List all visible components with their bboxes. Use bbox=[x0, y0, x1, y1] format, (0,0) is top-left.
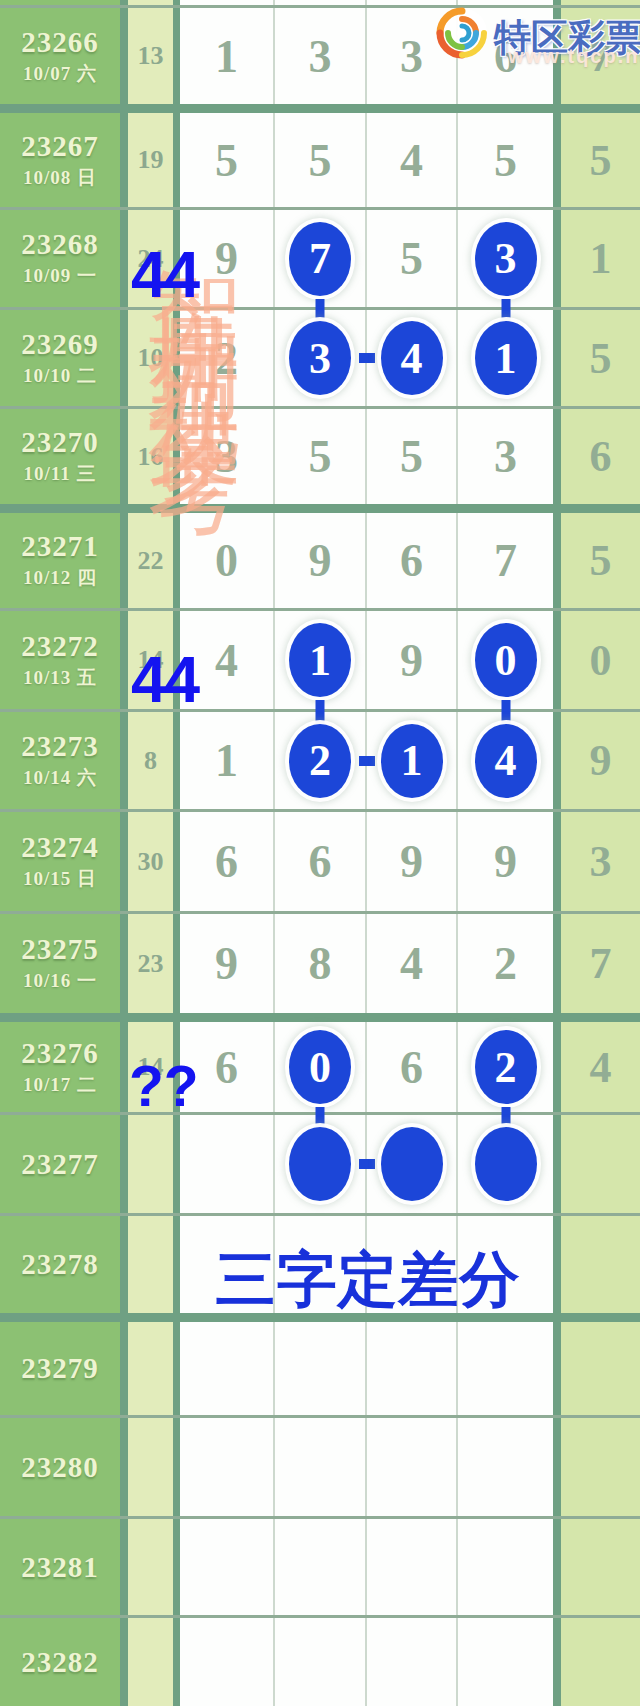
sum-cell bbox=[128, 0, 173, 5]
circled-digit: 1 bbox=[289, 623, 351, 697]
digit-cell: 5 bbox=[367, 210, 458, 307]
issue-cell: 2327310/14 六 bbox=[0, 712, 120, 809]
fifth-digit: 9 bbox=[590, 735, 612, 786]
predicted-filled-circle bbox=[289, 1127, 351, 1201]
digit: 6 bbox=[309, 835, 332, 888]
column-border bbox=[120, 0, 128, 5]
row-partial-top bbox=[0, 0, 640, 8]
column-border bbox=[120, 409, 128, 504]
column-border bbox=[120, 1216, 128, 1313]
digit: 5 bbox=[309, 134, 332, 187]
column-border bbox=[553, 1418, 561, 1516]
digit-cell bbox=[458, 1322, 553, 1415]
fifth-digit: 5 bbox=[590, 535, 612, 586]
column-border bbox=[553, 1519, 561, 1615]
column-border bbox=[120, 1115, 128, 1213]
sum-value: 22 bbox=[138, 546, 164, 576]
fifth-digit-cell: 1 bbox=[561, 210, 640, 307]
digit-cell: 0 bbox=[458, 611, 553, 709]
digit-cell bbox=[367, 1418, 458, 1516]
draw-date: 10/08 日 bbox=[23, 165, 97, 191]
fifth-digit-cell bbox=[561, 1618, 640, 1706]
digit-cell bbox=[458, 1618, 553, 1706]
issue-cell: 2327210/13 五 bbox=[0, 611, 120, 709]
issue-number: 23266 bbox=[21, 26, 99, 59]
sum-cell bbox=[128, 1418, 173, 1516]
digit-cell: 7 bbox=[275, 210, 367, 307]
row-23282: 23282 bbox=[0, 1618, 640, 1706]
digit-cell: 3 bbox=[367, 8, 458, 104]
circled-digit: 3 bbox=[475, 222, 537, 296]
issue-number: 23279 bbox=[21, 1352, 99, 1385]
sum-cell: 16 bbox=[128, 409, 173, 504]
column-border bbox=[553, 113, 561, 207]
column-border bbox=[120, 8, 128, 104]
fifth-digit: 0 bbox=[590, 635, 612, 686]
digit: 6 bbox=[400, 1041, 423, 1094]
digit-cell: 6 bbox=[367, 513, 458, 608]
issue-number: 23280 bbox=[21, 1451, 99, 1484]
fifth-digit-cell: 4 bbox=[561, 1022, 640, 1112]
predicted-filled-circle bbox=[475, 1127, 537, 1201]
column-border bbox=[553, 409, 561, 504]
fifth-digit: 6 bbox=[590, 431, 612, 482]
digit: 5 bbox=[215, 134, 238, 187]
sum-cell bbox=[128, 1618, 173, 1706]
issue-cell: 2326710/08 日 bbox=[0, 113, 120, 207]
draw-date: 10/12 四 bbox=[23, 565, 97, 591]
fifth-digit: 5 bbox=[590, 135, 612, 186]
digit: 3 bbox=[309, 30, 332, 83]
sum-cell: 24 bbox=[128, 210, 173, 307]
fifth-digit-cell bbox=[561, 1216, 640, 1313]
fifth-digit: 7 bbox=[590, 31, 612, 82]
column-border bbox=[553, 712, 561, 809]
column-border bbox=[173, 310, 180, 406]
issue-number: 23278 bbox=[21, 1248, 99, 1281]
fifth-digit-cell: 7 bbox=[561, 8, 640, 104]
column-border bbox=[173, 1618, 180, 1706]
row-23273: 2327310/14 六812149 bbox=[0, 712, 640, 812]
sum-value: 10 bbox=[138, 343, 164, 373]
issue-number: 23281 bbox=[21, 1551, 99, 1584]
row-23267: 2326710/08 日1955455 bbox=[0, 113, 640, 210]
digit-cell bbox=[275, 1115, 367, 1213]
digit-cell: 2 bbox=[458, 914, 553, 1013]
fifth-digit-cell: 5 bbox=[561, 513, 640, 608]
digit-cell bbox=[180, 1216, 275, 1313]
digit-cell bbox=[275, 1216, 367, 1313]
circled-digit: 2 bbox=[475, 1030, 537, 1104]
digit-cell bbox=[180, 1115, 275, 1213]
column-border bbox=[120, 513, 128, 608]
fifth-digit-cell: 0 bbox=[561, 611, 640, 709]
digit-cell bbox=[458, 1519, 553, 1615]
digit: 6 bbox=[215, 835, 238, 888]
issue-cell: 23280 bbox=[0, 1418, 120, 1516]
fifth-digit-cell: 7 bbox=[561, 914, 640, 1013]
issue-number: 23269 bbox=[21, 328, 99, 361]
draw-table: 2326610/07 六13133672326710/08 日195545523… bbox=[0, 0, 640, 1706]
digit-cell bbox=[275, 1618, 367, 1706]
digit-cell: 2 bbox=[180, 310, 275, 406]
circled-digit: 4 bbox=[475, 724, 537, 798]
digit-cell bbox=[367, 1618, 458, 1706]
fifth-digit-cell bbox=[561, 1418, 640, 1516]
issue-number: 23270 bbox=[21, 426, 99, 459]
digit-cell: 4 bbox=[367, 914, 458, 1013]
row-23266: 2326610/07 六1313367 bbox=[0, 8, 640, 113]
digit: 3 bbox=[215, 430, 238, 483]
sum-cell: 30 bbox=[128, 812, 173, 911]
digit-cell: 8 bbox=[275, 914, 367, 1013]
digit-cell: 1 bbox=[367, 712, 458, 809]
fifth-digit-cell bbox=[561, 1519, 640, 1615]
predicted-filled-circle bbox=[381, 1127, 443, 1201]
digit-cell: 1 bbox=[458, 310, 553, 406]
column-border bbox=[120, 611, 128, 709]
digit: 9 bbox=[400, 634, 423, 687]
digit-cell: 9 bbox=[275, 513, 367, 608]
sum-cell: 8 bbox=[128, 712, 173, 809]
column-border bbox=[120, 1418, 128, 1516]
row-23277: 23277 bbox=[0, 1115, 640, 1216]
row-23281: 23281 bbox=[0, 1519, 640, 1618]
digit-cell: 3 bbox=[458, 210, 553, 307]
digit-cell bbox=[275, 1418, 367, 1516]
draw-date: 10/14 六 bbox=[23, 765, 97, 791]
digit-cell: 5 bbox=[458, 113, 553, 207]
column-border bbox=[553, 914, 561, 1013]
digit-cell: 3 bbox=[458, 409, 553, 504]
column-border bbox=[553, 210, 561, 307]
fifth-digit-cell bbox=[561, 1115, 640, 1213]
digit-cell bbox=[367, 0, 458, 5]
issue-cell: 23282 bbox=[0, 1618, 120, 1706]
sum-value: 23 bbox=[138, 949, 164, 979]
issue-cell bbox=[0, 0, 120, 5]
digit-cell: 6 bbox=[180, 812, 275, 911]
issue-number: 23274 bbox=[21, 831, 99, 864]
draw-date: 10/13 五 bbox=[23, 665, 97, 691]
issue-number: 23271 bbox=[21, 530, 99, 563]
column-border bbox=[120, 712, 128, 809]
issue-cell: 23281 bbox=[0, 1519, 120, 1615]
issue-cell: 23278 bbox=[0, 1216, 120, 1313]
column-border bbox=[173, 113, 180, 207]
circled-digit: 1 bbox=[475, 321, 537, 395]
column-border bbox=[120, 1322, 128, 1415]
digit-cell: 9 bbox=[180, 210, 275, 307]
sum-cell bbox=[128, 1322, 173, 1415]
column-border bbox=[120, 113, 128, 207]
issue-number: 23276 bbox=[21, 1037, 99, 1070]
column-border bbox=[173, 409, 180, 504]
column-border bbox=[173, 611, 180, 709]
row-23280: 23280 bbox=[0, 1418, 640, 1519]
digit-cell bbox=[180, 1618, 275, 1706]
draw-date: 10/10 二 bbox=[23, 363, 97, 389]
fifth-digit: 4 bbox=[590, 1042, 612, 1093]
digit-cell: 5 bbox=[275, 113, 367, 207]
fifth-digit-cell: 5 bbox=[561, 113, 640, 207]
digit-cell: 6 bbox=[458, 8, 553, 104]
column-border bbox=[173, 1322, 180, 1415]
digit-cell: 6 bbox=[180, 1022, 275, 1112]
digit-cell: 3 bbox=[275, 8, 367, 104]
sum-cell bbox=[128, 1115, 173, 1213]
fifth-digit-cell bbox=[561, 0, 640, 5]
digit: 4 bbox=[400, 134, 423, 187]
issue-number: 23275 bbox=[21, 933, 99, 966]
sum-value: 16 bbox=[138, 442, 164, 472]
circled-digit: 1 bbox=[381, 724, 443, 798]
column-border bbox=[173, 1519, 180, 1615]
digit-cell bbox=[458, 0, 553, 5]
digit-cell: 9 bbox=[367, 812, 458, 911]
column-border bbox=[173, 812, 180, 911]
digit-cell: 9 bbox=[458, 812, 553, 911]
issue-cell: 2327610/17 二 bbox=[0, 1022, 120, 1112]
column-border bbox=[173, 1022, 180, 1112]
digit-cell: 0 bbox=[275, 1022, 367, 1112]
issue-number: 23282 bbox=[21, 1646, 99, 1679]
digit: 9 bbox=[215, 232, 238, 285]
column-border bbox=[120, 210, 128, 307]
digit-cell bbox=[180, 1418, 275, 1516]
column-border bbox=[173, 1115, 180, 1213]
row-23270: 2327010/11 三1635536 bbox=[0, 409, 640, 513]
digit-cell: 1 bbox=[180, 8, 275, 104]
issue-cell: 2326910/10 二 bbox=[0, 310, 120, 406]
issue-number: 23268 bbox=[21, 228, 99, 261]
row-23269: 2326910/10 二1023415 bbox=[0, 310, 640, 409]
row-23275: 2327510/16 一2398427 bbox=[0, 914, 640, 1022]
row-23279: 23279 bbox=[0, 1322, 640, 1418]
circled-digit: 4 bbox=[381, 321, 443, 395]
digit: 0 bbox=[215, 534, 238, 587]
digit-cell: 4 bbox=[367, 113, 458, 207]
row-23271: 2327110/12 四2209675 bbox=[0, 513, 640, 611]
column-border bbox=[120, 812, 128, 911]
draw-date: 10/16 一 bbox=[23, 968, 97, 994]
row-23274: 2327410/15 日3066993 bbox=[0, 812, 640, 914]
fifth-digit: 7 bbox=[590, 938, 612, 989]
fifth-digit: 5 bbox=[590, 333, 612, 384]
row-23278: 23278 bbox=[0, 1216, 640, 1322]
sum-value: 14 bbox=[138, 1052, 164, 1082]
sum-value: 30 bbox=[138, 847, 164, 877]
column-border bbox=[173, 210, 180, 307]
digit: 5 bbox=[309, 430, 332, 483]
column-border bbox=[120, 914, 128, 1013]
digit: 9 bbox=[494, 835, 517, 888]
digit-cell: 5 bbox=[275, 409, 367, 504]
issue-number: 23272 bbox=[21, 630, 99, 663]
column-border bbox=[120, 310, 128, 406]
digit: 9 bbox=[309, 534, 332, 587]
column-border bbox=[173, 8, 180, 104]
issue-cell: 23279 bbox=[0, 1322, 120, 1415]
column-border bbox=[120, 1022, 128, 1112]
sum-cell: 14 bbox=[128, 1022, 173, 1112]
column-border bbox=[173, 914, 180, 1013]
digit-cell: 7 bbox=[458, 513, 553, 608]
sum-cell bbox=[128, 1216, 173, 1313]
digit-cell: 4 bbox=[180, 611, 275, 709]
issue-cell: 2327410/15 日 bbox=[0, 812, 120, 911]
digit-cell: 0 bbox=[180, 513, 275, 608]
digit-cell bbox=[367, 1115, 458, 1213]
digit: 5 bbox=[400, 232, 423, 285]
digit-cell: 3 bbox=[275, 310, 367, 406]
issue-cell: 2327110/12 四 bbox=[0, 513, 120, 608]
row-23276: 2327610/17 二1460624 bbox=[0, 1022, 640, 1115]
sum-cell: 23 bbox=[128, 914, 173, 1013]
column-border bbox=[553, 513, 561, 608]
digit-cell: 2 bbox=[458, 1022, 553, 1112]
digit: 1 bbox=[215, 30, 238, 83]
sum-value: 8 bbox=[144, 746, 157, 776]
digit: 4 bbox=[400, 937, 423, 990]
sum-cell: 22 bbox=[128, 513, 173, 608]
column-border bbox=[173, 0, 180, 5]
digit-cell: 9 bbox=[367, 611, 458, 709]
digit-cell: 1 bbox=[275, 611, 367, 709]
fifth-digit-cell: 9 bbox=[561, 712, 640, 809]
issue-cell: 2327010/11 三 bbox=[0, 409, 120, 504]
draw-date: 10/11 三 bbox=[24, 461, 97, 487]
digit: 7 bbox=[494, 534, 517, 587]
digit-cell: 1 bbox=[180, 712, 275, 809]
column-border bbox=[553, 8, 561, 104]
column-border bbox=[120, 1519, 128, 1615]
issue-cell: 2326810/09 一 bbox=[0, 210, 120, 307]
fifth-digit-cell: 3 bbox=[561, 812, 640, 911]
column-border bbox=[553, 1022, 561, 1112]
digit-cell bbox=[367, 1216, 458, 1313]
column-border bbox=[120, 1618, 128, 1706]
row-23272: 2327210/13 五1441900 bbox=[0, 611, 640, 712]
sum-value: 13 bbox=[138, 41, 164, 71]
issue-number: 23273 bbox=[21, 730, 99, 763]
column-border bbox=[553, 1216, 561, 1313]
digit-cell bbox=[180, 0, 275, 5]
digit-cell: 9 bbox=[180, 914, 275, 1013]
digit-cell bbox=[367, 1322, 458, 1415]
sum-cell: 14 bbox=[128, 611, 173, 709]
digit-cell bbox=[275, 1322, 367, 1415]
digit: 5 bbox=[494, 134, 517, 187]
digit-cell: 3 bbox=[180, 409, 275, 504]
pailie5-trend-chart: 2326610/07 六13133672326710/08 日195545523… bbox=[0, 0, 640, 1706]
digit: 5 bbox=[400, 430, 423, 483]
fifth-digit-cell: 5 bbox=[561, 310, 640, 406]
digit: 4 bbox=[215, 634, 238, 687]
fifth-digit: 1 bbox=[590, 233, 612, 284]
sum-cell: 19 bbox=[128, 113, 173, 207]
digit-cell bbox=[180, 1519, 275, 1615]
sum-cell: 10 bbox=[128, 310, 173, 406]
digit-cell: 4 bbox=[367, 310, 458, 406]
fifth-digit: 3 bbox=[590, 836, 612, 887]
digit-cell bbox=[458, 1418, 553, 1516]
issue-cell: 23277 bbox=[0, 1115, 120, 1213]
column-border bbox=[553, 611, 561, 709]
digit: 6 bbox=[215, 1041, 238, 1094]
digit: 9 bbox=[215, 937, 238, 990]
digit-cell: 6 bbox=[275, 812, 367, 911]
circled-digit: 7 bbox=[289, 222, 351, 296]
sum-value: 19 bbox=[138, 145, 164, 175]
draw-date: 10/17 二 bbox=[23, 1072, 97, 1098]
draw-date: 10/07 六 bbox=[23, 61, 97, 87]
column-border bbox=[173, 513, 180, 608]
digit: 3 bbox=[494, 430, 517, 483]
digit-cell: 5 bbox=[180, 113, 275, 207]
circled-digit: 2 bbox=[289, 724, 351, 798]
digit-cell: 4 bbox=[458, 712, 553, 809]
digit: 2 bbox=[494, 937, 517, 990]
column-border bbox=[553, 0, 561, 5]
sum-cell bbox=[128, 1519, 173, 1615]
digit: 3 bbox=[400, 30, 423, 83]
column-border bbox=[173, 1216, 180, 1313]
row-23268: 2326810/09 一2497531 bbox=[0, 210, 640, 310]
digit-cell: 2 bbox=[275, 712, 367, 809]
column-border bbox=[553, 812, 561, 911]
column-border bbox=[173, 712, 180, 809]
digit-cell bbox=[458, 1216, 553, 1313]
circled-digit: 0 bbox=[475, 623, 537, 697]
column-border bbox=[553, 1322, 561, 1415]
sum-value: 14 bbox=[138, 645, 164, 675]
column-border bbox=[553, 1115, 561, 1213]
draw-date: 10/15 日 bbox=[23, 866, 97, 892]
sum-value: 24 bbox=[138, 244, 164, 274]
digit-cell: 5 bbox=[367, 409, 458, 504]
digit: 9 bbox=[400, 835, 423, 888]
draw-date: 10/09 一 bbox=[23, 263, 97, 289]
issue-cell: 2326610/07 六 bbox=[0, 8, 120, 104]
column-border bbox=[553, 310, 561, 406]
issue-number: 23267 bbox=[21, 130, 99, 163]
issue-cell: 2327510/16 一 bbox=[0, 914, 120, 1013]
issue-number: 23277 bbox=[21, 1148, 99, 1181]
circled-digit: 3 bbox=[289, 321, 351, 395]
digit: 8 bbox=[309, 937, 332, 990]
digit-cell bbox=[275, 1519, 367, 1615]
digit-cell bbox=[180, 1322, 275, 1415]
sum-cell: 13 bbox=[128, 8, 173, 104]
column-border bbox=[553, 1618, 561, 1706]
digit: 1 bbox=[215, 734, 238, 787]
digit: 6 bbox=[494, 30, 517, 83]
digit-cell bbox=[367, 1519, 458, 1615]
digit-cell bbox=[275, 0, 367, 5]
fifth-digit-cell bbox=[561, 1322, 640, 1415]
digit-cell: 6 bbox=[367, 1022, 458, 1112]
digit-cell bbox=[458, 1115, 553, 1213]
column-border bbox=[173, 1418, 180, 1516]
digit: 6 bbox=[400, 534, 423, 587]
circled-digit: 0 bbox=[289, 1030, 351, 1104]
fifth-digit-cell: 6 bbox=[561, 409, 640, 504]
digit: 2 bbox=[215, 332, 238, 385]
